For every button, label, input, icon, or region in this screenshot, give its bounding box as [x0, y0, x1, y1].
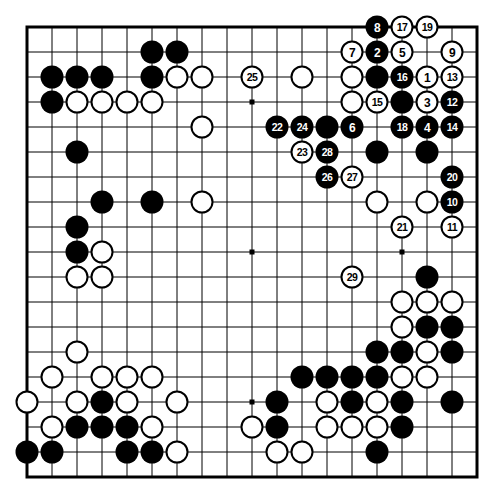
black-stone [366, 66, 389, 89]
move-9-stone: 9 [441, 41, 464, 64]
black-stone [66, 141, 89, 164]
move-number: 8 [374, 21, 380, 33]
white-stone [41, 416, 64, 439]
move-number: 2 [374, 46, 380, 58]
black-stone [141, 66, 164, 89]
black-stone [291, 366, 314, 389]
black-stone [41, 66, 64, 89]
move-8-stone: 8 [366, 16, 389, 39]
white-stone [391, 291, 414, 314]
white-stone [16, 391, 39, 414]
white-stone [66, 391, 89, 414]
black-stone [391, 391, 414, 414]
move-20-stone: 20 [441, 166, 464, 189]
white-stone [166, 66, 189, 89]
black-stone [416, 266, 439, 289]
move-26-stone: 26 [316, 166, 339, 189]
black-stone [341, 366, 364, 389]
white-stone [341, 66, 364, 89]
move-28-stone: 28 [316, 141, 339, 164]
move-15-stone: 15 [366, 91, 389, 114]
black-stone [91, 66, 114, 89]
black-stone [416, 316, 439, 339]
move-number: 6 [349, 121, 355, 133]
white-stone [366, 416, 389, 439]
move-1-stone: 1 [416, 66, 439, 89]
black-stone [441, 316, 464, 339]
white-stone [91, 366, 114, 389]
move-number: 16 [397, 72, 408, 83]
black-stone [116, 441, 139, 464]
white-stone [366, 391, 389, 414]
move-number: 9 [449, 46, 455, 58]
move-number: 13 [447, 72, 458, 83]
white-stone [66, 341, 89, 364]
move-number: 28 [322, 147, 333, 158]
black-stone [366, 341, 389, 364]
move-number: 25 [247, 72, 258, 83]
move-2-stone: 2 [366, 41, 389, 64]
move-number: 17 [397, 22, 408, 33]
white-stone [191, 191, 214, 214]
white-stone [191, 66, 214, 89]
white-stone [291, 66, 314, 89]
move-number: 10 [447, 197, 458, 208]
move-11-stone: 11 [441, 216, 464, 239]
move-number: 7 [349, 46, 355, 58]
move-5-stone: 5 [391, 41, 414, 64]
black-stone [366, 141, 389, 164]
white-stone [266, 441, 289, 464]
black-stone [266, 391, 289, 414]
black-stone [91, 191, 114, 214]
move-number: 1 [424, 71, 430, 83]
black-stone [441, 341, 464, 364]
move-number: 23 [297, 147, 308, 158]
white-stone [91, 266, 114, 289]
black-stone [416, 141, 439, 164]
move-27-stone: 27 [341, 166, 364, 189]
move-16-stone: 16 [391, 66, 414, 89]
move-number: 26 [322, 172, 333, 183]
move-13-stone: 13 [441, 66, 464, 89]
white-stone [316, 391, 339, 414]
move-number: 27 [347, 172, 358, 183]
white-stone [166, 391, 189, 414]
stones-layer: 1234567891011121314151617181920212223242… [0, 0, 500, 500]
black-stone [116, 416, 139, 439]
white-stone [316, 416, 339, 439]
move-17-stone: 17 [391, 16, 414, 39]
move-3-stone: 3 [416, 91, 439, 114]
white-stone [416, 191, 439, 214]
black-stone [366, 366, 389, 389]
move-14-stone: 14 [441, 116, 464, 139]
white-stone [141, 91, 164, 114]
white-stone [416, 366, 439, 389]
white-stone [191, 116, 214, 139]
black-stone [66, 241, 89, 264]
black-stone [66, 66, 89, 89]
black-stone [391, 341, 414, 364]
move-25-stone: 25 [241, 66, 264, 89]
black-stone [316, 116, 339, 139]
black-stone [141, 41, 164, 64]
black-stone [341, 391, 364, 414]
black-stone [366, 441, 389, 464]
move-19-stone: 19 [416, 16, 439, 39]
white-stone [416, 291, 439, 314]
white-stone [291, 441, 314, 464]
move-number: 14 [447, 122, 458, 133]
white-stone [391, 316, 414, 339]
white-stone [66, 266, 89, 289]
move-number: 22 [272, 122, 283, 133]
white-stone [91, 241, 114, 264]
move-number: 5 [399, 46, 405, 58]
move-6-stone: 6 [341, 116, 364, 139]
white-stone [141, 366, 164, 389]
black-stone [441, 391, 464, 414]
move-10-stone: 10 [441, 191, 464, 214]
move-number: 3 [424, 96, 430, 108]
white-stone [166, 441, 189, 464]
black-stone [41, 441, 64, 464]
white-stone [116, 91, 139, 114]
move-12-stone: 12 [441, 91, 464, 114]
white-stone [141, 416, 164, 439]
black-stone [316, 366, 339, 389]
white-stone [116, 366, 139, 389]
black-stone [266, 416, 289, 439]
move-23-stone: 23 [291, 141, 314, 164]
white-stone [66, 91, 89, 114]
white-stone [416, 341, 439, 364]
move-number: 24 [297, 122, 308, 133]
move-number: 15 [372, 97, 383, 108]
move-number: 4 [424, 121, 430, 133]
move-7-stone: 7 [341, 41, 364, 64]
black-stone [66, 216, 89, 239]
move-number: 21 [397, 222, 408, 233]
move-number: 29 [347, 272, 358, 283]
go-board-diagram: 1234567891011121314151617181920212223242… [0, 0, 500, 500]
move-21-stone: 21 [391, 216, 414, 239]
move-18-stone: 18 [391, 116, 414, 139]
white-stone [441, 291, 464, 314]
black-stone [41, 91, 64, 114]
move-number: 19 [422, 22, 433, 33]
move-22-stone: 22 [266, 116, 289, 139]
black-stone [16, 441, 39, 464]
move-number: 12 [447, 97, 458, 108]
white-stone [116, 391, 139, 414]
move-number: 18 [397, 122, 408, 133]
black-stone [66, 416, 89, 439]
white-stone [341, 91, 364, 114]
white-stone [241, 416, 264, 439]
move-29-stone: 29 [341, 266, 364, 289]
move-4-stone: 4 [416, 116, 439, 139]
black-stone [91, 391, 114, 414]
black-stone [141, 441, 164, 464]
move-24-stone: 24 [291, 116, 314, 139]
white-stone [366, 191, 389, 214]
move-number: 11 [447, 222, 457, 233]
black-stone [91, 416, 114, 439]
black-stone [141, 191, 164, 214]
black-stone [166, 41, 189, 64]
move-number: 20 [447, 172, 458, 183]
white-stone [41, 366, 64, 389]
white-stone [341, 416, 364, 439]
white-stone [391, 366, 414, 389]
white-stone [91, 91, 114, 114]
black-stone [391, 416, 414, 439]
black-stone [391, 91, 414, 114]
